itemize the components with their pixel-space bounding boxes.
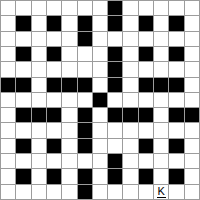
cell-r12-c5[interactable]	[62, 169, 76, 183]
cell-r6-c11	[154, 78, 168, 92]
cell-r4-c4	[47, 47, 61, 61]
cell-r10-c5[interactable]	[62, 139, 76, 153]
cell-r5-c7[interactable]	[93, 62, 107, 76]
cell-r11-c2[interactable]	[16, 154, 30, 168]
cell-r11-c9[interactable]	[123, 154, 137, 168]
cell-r12-c4	[47, 169, 61, 183]
cell-r3-c3[interactable]	[32, 32, 46, 46]
cell-r6-c12	[169, 78, 183, 92]
cell-r13-c9[interactable]	[123, 185, 137, 199]
cell-r8-c6	[78, 108, 92, 122]
cell-r7-c11[interactable]	[154, 93, 168, 107]
cell-r8-c7[interactable]	[93, 108, 107, 122]
cell-r1-c5[interactable]	[62, 1, 76, 15]
cell-r9-c9[interactable]	[123, 123, 137, 137]
cell-r13-c4[interactable]	[47, 185, 61, 199]
cell-r6-c2	[16, 78, 30, 92]
cell-r2-c9[interactable]	[123, 16, 137, 30]
cell-r10-c8[interactable]	[108, 139, 122, 153]
cell-r5-c2[interactable]	[16, 62, 30, 76]
cell-r1-c9[interactable]	[123, 1, 137, 15]
cell-r7-c2[interactable]	[16, 93, 30, 107]
cell-r7-c9[interactable]	[123, 93, 137, 107]
cell-r12-c10	[139, 169, 153, 183]
cell-r12-c9[interactable]	[123, 169, 137, 183]
cell-r11-c13[interactable]	[185, 154, 199, 168]
cell-r8-c5[interactable]	[62, 108, 76, 122]
cell-r10-c13[interactable]	[185, 139, 199, 153]
cell-r7-c3[interactable]	[32, 93, 46, 107]
cell-r8-c11[interactable]	[154, 108, 168, 122]
cell-r4-c3[interactable]	[32, 47, 46, 61]
cell-r3-c2[interactable]	[16, 32, 30, 46]
cell-r4-c13[interactable]	[185, 47, 199, 61]
cell-r13-c7[interactable]	[93, 185, 107, 199]
cell-r11-c7[interactable]	[93, 154, 107, 168]
cell-r10-c10	[139, 139, 153, 153]
cell-r1-c2[interactable]	[16, 1, 30, 15]
cell-r9-c12[interactable]	[169, 123, 183, 137]
cell-r5-c3[interactable]	[32, 62, 46, 76]
cell-r6-c1	[1, 78, 15, 92]
cell-r3-c6	[78, 32, 92, 46]
cell-r7-c4[interactable]	[47, 93, 61, 107]
cell-r4-c9[interactable]	[123, 47, 137, 61]
cell-r9-c11[interactable]	[154, 123, 168, 137]
cell-r4-c1[interactable]	[1, 47, 15, 61]
cell-r10-c9[interactable]	[123, 139, 137, 153]
cell-r2-c11[interactable]	[154, 16, 168, 30]
cell-r2-c2	[16, 16, 30, 30]
cell-r12-c13[interactable]	[185, 169, 199, 183]
cell-r11-c4[interactable]	[47, 154, 61, 168]
cell-r11-c12[interactable]	[169, 154, 183, 168]
cell-r11-c8	[108, 154, 122, 168]
cell-r13-c1[interactable]	[1, 185, 15, 199]
cell-r5-c8	[108, 62, 122, 76]
cell-r5-c11[interactable]	[154, 62, 168, 76]
cell-r4-c11[interactable]	[154, 47, 168, 61]
cell-r12-c3[interactable]	[32, 169, 46, 183]
cell-r11-c3[interactable]	[32, 154, 46, 168]
entered-letter: K	[157, 186, 166, 199]
cell-r10-c11[interactable]	[154, 139, 168, 153]
cell-r13-c11[interactable]: K	[154, 185, 168, 199]
cell-r9-c1[interactable]	[1, 123, 15, 137]
cell-r4-c12	[169, 47, 183, 61]
cell-r2-c13[interactable]	[185, 16, 199, 30]
cell-r1-c1[interactable]	[1, 1, 15, 15]
cell-r2-c8	[108, 16, 122, 30]
cell-r12-c2	[16, 169, 30, 183]
cell-r9-c13[interactable]	[185, 123, 199, 137]
cell-r6-c5	[62, 78, 76, 92]
cell-r6-c10	[139, 78, 153, 92]
cell-r10-c7[interactable]	[93, 139, 107, 153]
cell-r13-c10[interactable]	[139, 185, 153, 199]
cell-r6-c3[interactable]	[32, 78, 46, 92]
cell-r9-c7[interactable]	[93, 123, 107, 137]
cell-r8-c10	[139, 108, 153, 122]
cell-r6-c6	[78, 78, 92, 92]
cell-r3-c8[interactable]	[108, 32, 122, 46]
cell-r9-c5[interactable]	[62, 123, 76, 137]
cell-r8-c13	[185, 108, 199, 122]
cell-r8-c8	[108, 108, 122, 122]
cell-r4-c10	[139, 47, 153, 61]
cell-r9-c8[interactable]	[108, 123, 122, 137]
cell-r13-c6	[78, 185, 92, 199]
cell-r4-c6[interactable]	[78, 47, 92, 61]
cell-r7-c6[interactable]	[78, 93, 92, 107]
cell-r8-c2	[16, 108, 30, 122]
cell-r2-c12	[169, 16, 183, 30]
cell-r10-c1[interactable]	[1, 139, 15, 153]
cell-r7-c12[interactable]	[169, 93, 183, 107]
cell-r9-c6	[78, 123, 92, 137]
cell-r12-c7[interactable]	[93, 169, 107, 183]
cell-r4-c5[interactable]	[62, 47, 76, 61]
cell-r11-c6[interactable]	[78, 154, 92, 168]
cell-r11-c1[interactable]	[1, 154, 15, 168]
cell-r7-c8[interactable]	[108, 93, 122, 107]
cell-r4-c8	[108, 47, 122, 61]
cell-r3-c12[interactable]	[169, 32, 183, 46]
cell-r12-c8	[108, 169, 122, 183]
cell-r12-c12	[169, 169, 183, 183]
cell-r7-c7	[93, 93, 107, 107]
cell-r9-c4[interactable]	[47, 123, 61, 137]
cell-r12-c11[interactable]	[154, 169, 168, 183]
cell-r2-c1[interactable]	[1, 16, 15, 30]
cell-r13-c5[interactable]	[62, 185, 76, 199]
cell-r6-c7[interactable]	[93, 78, 107, 92]
cell-r5-c6[interactable]	[78, 62, 92, 76]
cell-r4-c7[interactable]	[93, 47, 107, 61]
cell-r2-c7[interactable]	[93, 16, 107, 30]
cell-r10-c4	[47, 139, 61, 153]
cell-r1-c12[interactable]	[169, 1, 183, 15]
crossword-board: K	[0, 0, 200, 200]
cell-r11-c5[interactable]	[62, 154, 76, 168]
cell-r6-c8	[108, 78, 122, 92]
cell-r9-c10[interactable]	[139, 123, 153, 137]
cell-r8-c4	[47, 108, 61, 122]
cell-r3-c11[interactable]	[154, 32, 168, 46]
cell-r5-c13[interactable]	[185, 62, 199, 76]
cell-r1-c4[interactable]	[47, 1, 61, 15]
cell-r8-c9	[123, 108, 137, 122]
cell-r7-c10[interactable]	[139, 93, 153, 107]
cell-r11-c10[interactable]	[139, 154, 153, 168]
cell-r11-c11[interactable]	[154, 154, 168, 168]
cell-r5-c4[interactable]	[47, 62, 61, 76]
cell-r13-c3[interactable]	[32, 185, 46, 199]
cell-r5-c12[interactable]	[169, 62, 183, 76]
cell-r8-c12	[169, 108, 183, 122]
cell-r10-c6	[78, 139, 92, 153]
cell-r5-c5[interactable]	[62, 62, 76, 76]
cell-r8-c3	[32, 108, 46, 122]
cell-r7-c13[interactable]	[185, 93, 199, 107]
cell-r12-c1[interactable]	[1, 169, 15, 183]
cell-r3-c4[interactable]	[47, 32, 61, 46]
cell-r5-c1[interactable]	[1, 62, 15, 76]
cell-r5-c10[interactable]	[139, 62, 153, 76]
cell-r7-c5[interactable]	[62, 93, 76, 107]
cell-r2-c10	[139, 16, 153, 30]
cell-r13-c8[interactable]	[108, 185, 122, 199]
cell-r9-c3[interactable]	[32, 123, 46, 137]
cell-r7-c1[interactable]	[1, 93, 15, 107]
cell-r1-c8	[108, 1, 122, 15]
cell-r3-c1[interactable]	[1, 32, 15, 46]
cell-r2-c5[interactable]	[62, 16, 76, 30]
cell-r1-c3[interactable]	[32, 1, 46, 15]
cell-r6-c4	[47, 78, 61, 92]
cell-r12-c6	[78, 169, 92, 183]
cell-r10-c2	[16, 139, 30, 153]
cell-r13-c2[interactable]	[16, 185, 30, 199]
cell-r4-c2	[16, 47, 30, 61]
cell-r13-c13[interactable]	[185, 185, 199, 199]
cell-r1-c11[interactable]	[154, 1, 168, 15]
cell-r3-c7[interactable]	[93, 32, 107, 46]
cell-r1-c6[interactable]	[78, 1, 92, 15]
cell-r9-c2[interactable]	[16, 123, 30, 137]
cell-r3-c9[interactable]	[123, 32, 137, 46]
cell-r10-c3[interactable]	[32, 139, 46, 153]
cell-r3-c5[interactable]	[62, 32, 76, 46]
cell-r2-c4	[47, 16, 61, 30]
cell-r2-c6	[78, 16, 92, 30]
cell-r8-c1[interactable]	[1, 108, 15, 122]
cell-r1-c7[interactable]	[93, 1, 107, 15]
cell-r2-c3[interactable]	[32, 16, 46, 30]
cell-r6-c9[interactable]	[123, 78, 137, 92]
cell-r10-c12	[169, 139, 183, 153]
cell-r1-c10[interactable]	[139, 1, 153, 15]
cell-r3-c13[interactable]	[185, 32, 199, 46]
cell-r13-c12[interactable]	[169, 185, 183, 199]
cell-r5-c9[interactable]	[123, 62, 137, 76]
cell-r6-c13[interactable]	[185, 78, 199, 92]
cell-r1-c13[interactable]	[185, 1, 199, 15]
cell-r3-c10[interactable]	[139, 32, 153, 46]
